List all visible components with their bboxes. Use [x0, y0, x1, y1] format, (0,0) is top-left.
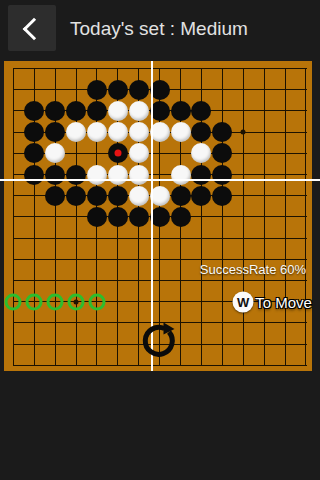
stone-black: [66, 101, 86, 121]
stone-black: [24, 101, 44, 121]
stone-white: [45, 143, 65, 163]
grid-line-vertical: [305, 69, 306, 367]
stone-black: [150, 80, 170, 100]
stone-black: [150, 101, 170, 121]
stone-black: [45, 122, 65, 142]
stone-white: [108, 165, 128, 185]
progress-circle: [88, 293, 105, 310]
stone-black: [171, 186, 191, 206]
stone-black: [24, 122, 44, 142]
stone-black: [45, 101, 65, 121]
to-move-stone: W: [233, 291, 254, 312]
crosshair-horizontal-line: [0, 179, 320, 181]
stone-white: [129, 186, 149, 206]
last-move-marker: [114, 150, 121, 157]
stone-white: [108, 122, 128, 142]
stone-black: [191, 186, 211, 206]
stone-black: [171, 207, 191, 227]
stone-black: [87, 80, 107, 100]
stone-white: [129, 143, 149, 163]
back-button[interactable]: [8, 5, 56, 51]
title-bar: Today's set : Medium: [0, 0, 320, 57]
stone-black: [191, 101, 211, 121]
stone-black: [150, 207, 170, 227]
progress-circle: [68, 293, 85, 310]
stone-black: [191, 165, 211, 185]
stone-black: [171, 101, 191, 121]
star-point: [241, 130, 246, 135]
stone-black: [45, 186, 65, 206]
stone-black: [108, 207, 128, 227]
refresh-icon[interactable]: [138, 319, 184, 365]
stone-black: [212, 186, 232, 206]
stone-white: [129, 122, 149, 142]
stone-black: [24, 165, 44, 185]
stone-black: [66, 165, 86, 185]
stone-black: [108, 80, 128, 100]
stone-white: [66, 122, 86, 142]
grid-line-vertical: [285, 69, 286, 367]
stone-black: [24, 143, 44, 163]
stone-white: [87, 122, 107, 142]
stone-white: [150, 186, 170, 206]
app-screen: Today's set : Medium SuccessRate 60% W T…: [0, 0, 320, 480]
stone-white: [129, 101, 149, 121]
stone-white: [129, 165, 149, 185]
page-title: Today's set : Medium: [70, 0, 248, 57]
stone-black: [87, 101, 107, 121]
stone-black: [191, 122, 211, 142]
stone-white: [171, 122, 191, 142]
stone-black: [129, 80, 149, 100]
back-chevron-icon: [23, 18, 46, 41]
progress-circle: [26, 293, 43, 310]
to-move-label: To Move: [255, 293, 312, 310]
stone-black: [212, 122, 232, 142]
stone-black: [108, 186, 128, 206]
stone-black: [87, 186, 107, 206]
stone-black: [66, 186, 86, 206]
progress-circle: [5, 293, 22, 310]
stone-white: [108, 101, 128, 121]
progress-circle: [47, 293, 64, 310]
stone-white: [150, 122, 170, 142]
stone-black: [45, 165, 65, 185]
stone-black: [87, 207, 107, 227]
stone-white: [171, 165, 191, 185]
stone-black: [129, 207, 149, 227]
stone-black: [212, 143, 232, 163]
success-rate-text: SuccessRate 60%: [200, 262, 306, 277]
stone-black: [212, 165, 232, 185]
stone-white: [191, 143, 211, 163]
stone-white: [87, 165, 107, 185]
